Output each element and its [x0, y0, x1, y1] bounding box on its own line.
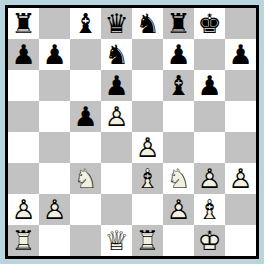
white-bishop-outline-glyph: ♗	[194, 194, 225, 225]
white-pawn-outline-glyph: ♙	[163, 194, 194, 225]
square-e1[interactable]: ♜♖	[132, 225, 163, 256]
piece-white-knight-c3[interactable]: ♞♘	[70, 163, 101, 194]
square-a8[interactable]: ♜	[8, 8, 39, 39]
white-king-fill-glyph: ♚	[194, 225, 225, 256]
square-h7[interactable]: ♟	[225, 39, 256, 70]
square-e8[interactable]: ♞	[132, 8, 163, 39]
board-frame: ♜♝♛♞♜♚♟♟♞♟♟♟♝♟♟♟♙♟♙♞♘♝♗♞♘♟♙♟♙♟♙♟♙♟♙♝♗♜♖♛…	[5, 5, 259, 259]
square-c3[interactable]: ♞♘	[70, 163, 101, 194]
piece-white-pawn-h3[interactable]: ♟♙	[225, 163, 256, 194]
square-h2[interactable]	[225, 194, 256, 225]
white-pawn-outline-glyph: ♙	[132, 132, 163, 163]
square-d4[interactable]	[101, 132, 132, 163]
black-pawn-glyph: ♟	[8, 39, 39, 70]
white-pawn-fill-glyph: ♟	[132, 132, 163, 163]
square-h4[interactable]	[225, 132, 256, 163]
square-b5[interactable]	[39, 101, 70, 132]
square-f6[interactable]: ♝	[163, 70, 194, 101]
white-queen-fill-glyph: ♛	[101, 225, 132, 256]
white-pawn-outline-glyph: ♙	[194, 163, 225, 194]
piece-black-queen-d8[interactable]: ♛	[101, 8, 132, 39]
square-a3[interactable]	[8, 163, 39, 194]
piece-black-rook-f8[interactable]: ♜	[163, 8, 194, 39]
black-knight-glyph: ♞	[132, 8, 163, 39]
piece-white-pawn-a2[interactable]: ♟♙	[8, 194, 39, 225]
square-g6[interactable]: ♟	[194, 70, 225, 101]
piece-black-pawn-h7[interactable]: ♟	[225, 39, 256, 70]
square-e5[interactable]	[132, 101, 163, 132]
square-f4[interactable]	[163, 132, 194, 163]
piece-white-pawn-d5[interactable]: ♟♙	[101, 101, 132, 132]
square-b6[interactable]	[39, 70, 70, 101]
white-pawn-outline-glyph: ♙	[225, 163, 256, 194]
square-b7[interactable]: ♟	[39, 39, 70, 70]
square-a1[interactable]: ♜♖	[8, 225, 39, 256]
square-f8[interactable]: ♜	[163, 8, 194, 39]
square-f7[interactable]: ♟	[163, 39, 194, 70]
black-pawn-glyph: ♟	[163, 39, 194, 70]
square-c7[interactable]	[70, 39, 101, 70]
piece-white-queen-d1[interactable]: ♛♕	[101, 225, 132, 256]
black-pawn-glyph: ♟	[39, 39, 70, 70]
square-a7[interactable]: ♟	[8, 39, 39, 70]
white-knight-outline-glyph: ♘	[163, 163, 194, 194]
piece-black-knight-e8[interactable]: ♞	[132, 8, 163, 39]
white-knight-fill-glyph: ♞	[70, 163, 101, 194]
piece-white-rook-e1[interactable]: ♜♖	[132, 225, 163, 256]
white-pawn-fill-glyph: ♟	[8, 194, 39, 225]
piece-black-pawn-c5[interactable]: ♟	[70, 101, 101, 132]
white-rook-outline-glyph: ♖	[8, 225, 39, 256]
square-f2[interactable]: ♟♙	[163, 194, 194, 225]
piece-black-pawn-b7[interactable]: ♟	[39, 39, 70, 70]
white-rook-outline-glyph: ♖	[132, 225, 163, 256]
square-d5[interactable]: ♟♙	[101, 101, 132, 132]
square-b1[interactable]	[39, 225, 70, 256]
piece-white-pawn-f2[interactable]: ♟♙	[163, 194, 194, 225]
square-a6[interactable]	[8, 70, 39, 101]
white-bishop-outline-glyph: ♗	[132, 163, 163, 194]
black-pawn-glyph: ♟	[70, 101, 101, 132]
piece-black-knight-d7[interactable]: ♞	[101, 39, 132, 70]
piece-black-pawn-d6[interactable]: ♟	[101, 70, 132, 101]
piece-black-pawn-a7[interactable]: ♟	[8, 39, 39, 70]
white-bishop-fill-glyph: ♝	[194, 194, 225, 225]
square-e2[interactable]	[132, 194, 163, 225]
square-d1[interactable]: ♛♕	[101, 225, 132, 256]
square-g1[interactable]: ♚♔	[194, 225, 225, 256]
square-d2[interactable]	[101, 194, 132, 225]
piece-white-bishop-g2[interactable]: ♝♗	[194, 194, 225, 225]
piece-white-pawn-g3[interactable]: ♟♙	[194, 163, 225, 194]
black-bishop-glyph: ♝	[163, 70, 194, 101]
white-pawn-fill-glyph: ♟	[163, 194, 194, 225]
black-pawn-glyph: ♟	[225, 39, 256, 70]
square-c2[interactable]	[70, 194, 101, 225]
black-king-glyph: ♚	[194, 8, 225, 39]
square-g3[interactable]: ♟♙	[194, 163, 225, 194]
square-h3[interactable]: ♟♙	[225, 163, 256, 194]
white-bishop-fill-glyph: ♝	[132, 163, 163, 194]
white-pawn-outline-glyph: ♙	[8, 194, 39, 225]
piece-white-knight-f3[interactable]: ♞♘	[163, 163, 194, 194]
piece-white-king-g1[interactable]: ♚♔	[194, 225, 225, 256]
piece-black-pawn-f7[interactable]: ♟	[163, 39, 194, 70]
piece-black-pawn-g6[interactable]: ♟	[194, 70, 225, 101]
square-e4[interactable]: ♟♙	[132, 132, 163, 163]
black-rook-glyph: ♜	[8, 8, 39, 39]
square-d7[interactable]: ♞	[101, 39, 132, 70]
white-king-outline-glyph: ♔	[194, 225, 225, 256]
piece-white-bishop-e3[interactable]: ♝♗	[132, 163, 163, 194]
square-d3[interactable]	[101, 163, 132, 194]
square-c5[interactable]: ♟	[70, 101, 101, 132]
square-f5[interactable]	[163, 101, 194, 132]
piece-white-pawn-e4[interactable]: ♟♙	[132, 132, 163, 163]
square-d8[interactable]: ♛	[101, 8, 132, 39]
square-b4[interactable]	[39, 132, 70, 163]
piece-white-rook-a1[interactable]: ♜♖	[8, 225, 39, 256]
piece-black-king-g8[interactable]: ♚	[194, 8, 225, 39]
white-pawn-fill-glyph: ♟	[194, 163, 225, 194]
white-pawn-outline-glyph: ♙	[39, 194, 70, 225]
square-b8[interactable]	[39, 8, 70, 39]
black-pawn-glyph: ♟	[194, 70, 225, 101]
square-g8[interactable]: ♚	[194, 8, 225, 39]
square-e7[interactable]	[132, 39, 163, 70]
square-h8[interactable]	[225, 8, 256, 39]
square-g7[interactable]	[194, 39, 225, 70]
square-b3[interactable]	[39, 163, 70, 194]
black-rook-glyph: ♜	[163, 8, 194, 39]
piece-black-bishop-f6[interactable]: ♝	[163, 70, 194, 101]
square-g5[interactable]	[194, 101, 225, 132]
white-knight-fill-glyph: ♞	[163, 163, 194, 194]
square-f1[interactable]	[163, 225, 194, 256]
square-c1[interactable]	[70, 225, 101, 256]
square-c6[interactable]	[70, 70, 101, 101]
white-rook-fill-glyph: ♜	[132, 225, 163, 256]
square-h6[interactable]	[225, 70, 256, 101]
white-pawn-fill-glyph: ♟	[39, 194, 70, 225]
white-queen-outline-glyph: ♕	[101, 225, 132, 256]
white-pawn-outline-glyph: ♙	[101, 101, 132, 132]
piece-white-pawn-b2[interactable]: ♟♙	[39, 194, 70, 225]
white-knight-outline-glyph: ♘	[70, 163, 101, 194]
square-f3[interactable]: ♞♘	[163, 163, 194, 194]
square-b2[interactable]: ♟♙	[39, 194, 70, 225]
white-pawn-fill-glyph: ♟	[101, 101, 132, 132]
chess-board: ♜♝♛♞♜♚♟♟♞♟♟♟♝♟♟♟♙♟♙♞♘♝♗♞♘♟♙♟♙♟♙♟♙♟♙♝♗♜♖♛…	[8, 8, 256, 256]
square-d6[interactable]: ♟	[101, 70, 132, 101]
square-g2[interactable]: ♝♗	[194, 194, 225, 225]
piece-black-rook-a8[interactable]: ♜	[8, 8, 39, 39]
square-a5[interactable]	[8, 101, 39, 132]
square-g4[interactable]	[194, 132, 225, 163]
square-e6[interactable]	[132, 70, 163, 101]
white-rook-fill-glyph: ♜	[8, 225, 39, 256]
square-a4[interactable]	[8, 132, 39, 163]
square-h1[interactable]	[225, 225, 256, 256]
square-a2[interactable]: ♟♙	[8, 194, 39, 225]
black-queen-glyph: ♛	[101, 8, 132, 39]
black-bishop-glyph: ♝	[70, 8, 101, 39]
white-pawn-fill-glyph: ♟	[225, 163, 256, 194]
square-c4[interactable]	[70, 132, 101, 163]
black-pawn-glyph: ♟	[101, 70, 132, 101]
square-h5[interactable]	[225, 101, 256, 132]
square-e3[interactable]: ♝♗	[132, 163, 163, 194]
square-c8[interactable]: ♝	[70, 8, 101, 39]
black-knight-glyph: ♞	[101, 39, 132, 70]
piece-black-bishop-c8[interactable]: ♝	[70, 8, 101, 39]
